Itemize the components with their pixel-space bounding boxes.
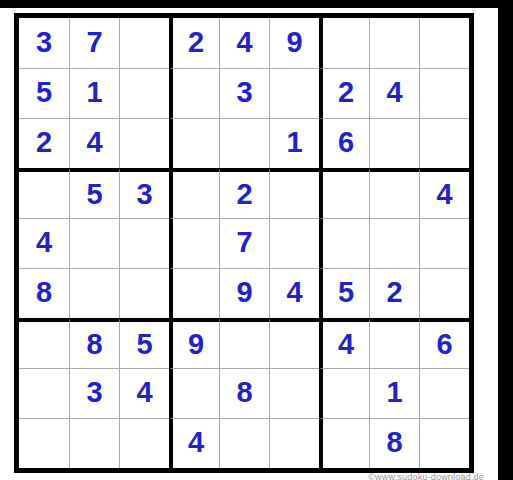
- cell-r5c1[interactable]: 4: [19, 218, 69, 268]
- given-digit: 5: [136, 330, 152, 359]
- cell-r2c9[interactable]: [419, 68, 469, 118]
- given-digit: 9: [236, 278, 252, 307]
- cell-r6c6[interactable]: 4: [269, 268, 319, 318]
- given-digit: 4: [286, 278, 302, 307]
- given-digit: 7: [236, 228, 252, 257]
- cell-r9c7[interactable]: [319, 418, 369, 468]
- cell-r8c6[interactable]: [269, 368, 319, 418]
- given-digit: 9: [286, 28, 302, 57]
- cell-r3c5[interactable]: [219, 118, 269, 168]
- cell-r7c4[interactable]: 9: [169, 318, 219, 368]
- cell-r3c4[interactable]: [169, 118, 219, 168]
- sudoku-grid: 372495132424165324478945285946348148: [14, 13, 474, 473]
- cell-r5c8[interactable]: [369, 218, 419, 268]
- cell-r3c6[interactable]: 1: [269, 118, 319, 168]
- cell-r2c3[interactable]: [119, 68, 169, 118]
- given-digit: 2: [386, 278, 402, 307]
- cell-r8c3[interactable]: 4: [119, 368, 169, 418]
- cell-r4c5[interactable]: 2: [219, 168, 269, 218]
- cell-r5c5[interactable]: 7: [219, 218, 269, 268]
- cell-r7c5[interactable]: [219, 318, 269, 368]
- given-digit: 4: [136, 378, 152, 407]
- cell-r7c3[interactable]: 5: [119, 318, 169, 368]
- cell-r1c7[interactable]: [319, 18, 369, 68]
- cell-r1c1[interactable]: 3: [19, 18, 69, 68]
- given-digit: 5: [86, 180, 102, 209]
- given-digit: 3: [36, 28, 52, 57]
- cell-r9c5[interactable]: [219, 418, 269, 468]
- cell-r4c6[interactable]: [269, 168, 319, 218]
- given-digit: 8: [86, 330, 102, 359]
- cell-r6c3[interactable]: [119, 268, 169, 318]
- given-digit: 1: [386, 378, 402, 407]
- cell-r8c5[interactable]: 8: [219, 368, 269, 418]
- cell-r8c8[interactable]: 1: [369, 368, 419, 418]
- cell-r9c8[interactable]: 8: [369, 418, 419, 468]
- cell-r8c9[interactable]: [419, 368, 469, 418]
- cell-r1c2[interactable]: 7: [69, 18, 119, 68]
- given-digit: 4: [338, 330, 354, 359]
- cell-r8c1[interactable]: [19, 368, 69, 418]
- cell-r4c4[interactable]: [169, 168, 219, 218]
- cell-r4c2[interactable]: 5: [69, 168, 119, 218]
- cell-r3c7[interactable]: 6: [319, 118, 369, 168]
- cell-r6c9[interactable]: [419, 268, 469, 318]
- cell-r2c5[interactable]: 3: [219, 68, 269, 118]
- given-digit: 6: [436, 330, 452, 359]
- given-digit: 4: [236, 28, 252, 57]
- given-digit: 4: [188, 428, 204, 457]
- given-digit: 3: [136, 180, 152, 209]
- cell-r5c3[interactable]: [119, 218, 169, 268]
- cell-r4c9[interactable]: 4: [419, 168, 469, 218]
- cell-r3c2[interactable]: 4: [69, 118, 119, 168]
- given-digit: 6: [338, 128, 354, 157]
- cell-r2c8[interactable]: 4: [369, 68, 419, 118]
- cell-r7c2[interactable]: 8: [69, 318, 119, 368]
- cell-r7c1[interactable]: [19, 318, 69, 368]
- cell-r5c9[interactable]: [419, 218, 469, 268]
- cell-r1c5[interactable]: 4: [219, 18, 269, 68]
- given-digit: 8: [236, 378, 252, 407]
- cell-r3c3[interactable]: [119, 118, 169, 168]
- given-digit: 2: [236, 180, 252, 209]
- given-digit: 2: [188, 28, 204, 57]
- given-digit: 4: [86, 128, 102, 157]
- cell-r9c2[interactable]: [69, 418, 119, 468]
- cell-r3c8[interactable]: [369, 118, 419, 168]
- given-digit: 1: [286, 128, 302, 157]
- cell-r5c4[interactable]: [169, 218, 219, 268]
- given-digit: 7: [86, 28, 102, 57]
- cell-r7c7[interactable]: 4: [319, 318, 369, 368]
- given-digit: 4: [36, 228, 52, 257]
- cell-r4c8[interactable]: [369, 168, 419, 218]
- given-digit: 1: [86, 78, 102, 107]
- cell-r1c4[interactable]: 2: [169, 18, 219, 68]
- cell-r9c3[interactable]: [119, 418, 169, 468]
- cell-r5c6[interactable]: [269, 218, 319, 268]
- right-border-bar: [498, 0, 513, 480]
- cell-r2c6[interactable]: [269, 68, 319, 118]
- cell-r2c7[interactable]: 2: [319, 68, 369, 118]
- cell-r6c1[interactable]: 8: [19, 268, 69, 318]
- cell-r2c4[interactable]: [169, 68, 219, 118]
- cell-r2c1[interactable]: 5: [19, 68, 69, 118]
- given-digit: 3: [86, 378, 102, 407]
- cell-r5c2[interactable]: [69, 218, 119, 268]
- cell-r8c4[interactable]: [169, 368, 219, 418]
- cell-r3c9[interactable]: [419, 118, 469, 168]
- cell-r1c6[interactable]: 9: [269, 18, 319, 68]
- cell-r7c6[interactable]: [269, 318, 319, 368]
- given-digit: 9: [188, 330, 204, 359]
- cell-r1c8[interactable]: [369, 18, 419, 68]
- cell-r6c5[interactable]: 9: [219, 268, 269, 318]
- given-digit: 4: [386, 78, 402, 107]
- given-digit: 8: [386, 428, 402, 457]
- cell-r6c7[interactable]: 5: [319, 268, 369, 318]
- given-digit: 2: [338, 78, 354, 107]
- cell-r4c7[interactable]: [319, 168, 369, 218]
- cell-r6c4[interactable]: [169, 268, 219, 318]
- given-digit: 2: [36, 128, 52, 157]
- cell-r7c9[interactable]: 6: [419, 318, 469, 368]
- given-digit: 4: [436, 180, 452, 209]
- cell-r2c2[interactable]: 1: [69, 68, 119, 118]
- top-border-bar: [0, 0, 513, 8]
- watermark: ©www.sudoku-download.de: [368, 472, 484, 480]
- cell-r9c9[interactable]: [419, 418, 469, 468]
- cell-r5c7[interactable]: [319, 218, 369, 268]
- cell-r4c3[interactable]: 3: [119, 168, 169, 218]
- cell-r8c7[interactable]: [319, 368, 369, 418]
- cell-r4c1[interactable]: [19, 168, 69, 218]
- cell-r1c3[interactable]: [119, 18, 169, 68]
- cell-r9c6[interactable]: [269, 418, 319, 468]
- cell-r8c2[interactable]: 3: [69, 368, 119, 418]
- given-digit: 5: [36, 78, 52, 107]
- given-digit: 8: [36, 278, 52, 307]
- given-digit: 5: [338, 278, 354, 307]
- given-digit: 3: [236, 78, 252, 107]
- cell-r9c1[interactable]: [19, 418, 69, 468]
- cell-r3c1[interactable]: 2: [19, 118, 69, 168]
- cell-r6c2[interactable]: [69, 268, 119, 318]
- cell-r9c4[interactable]: 4: [169, 418, 219, 468]
- cell-r6c8[interactable]: 2: [369, 268, 419, 318]
- cell-r1c9[interactable]: [419, 18, 469, 68]
- cell-r7c8[interactable]: [369, 318, 419, 368]
